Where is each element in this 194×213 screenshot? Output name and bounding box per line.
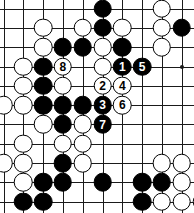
white-stone [0,154,13,173]
black-stone-move-1: 1 [113,57,132,76]
white-stone [172,173,191,192]
black-stone [93,19,112,38]
black-stone [93,173,112,192]
black-stone [73,38,92,57]
white-stone [113,19,132,38]
black-stone [14,192,33,211]
white-stone [93,38,112,57]
move-number-label: 1 [119,61,126,73]
white-stone-move-4: 4 [113,77,132,96]
black-stone-move-7: 7 [93,115,112,134]
white-stone [192,192,194,211]
white-stone-move-8: 8 [54,57,73,76]
white-stone-move-2: 2 [93,77,112,96]
move-number-label: 8 [60,61,67,73]
white-stone [153,0,172,18]
white-stone [73,154,92,173]
white-stone [54,77,73,96]
black-stone [54,173,73,192]
black-stone [172,19,191,38]
black-stone [133,173,152,192]
white-stone [14,134,33,153]
white-stone [34,115,53,134]
black-stone-move-3: 3 [93,96,112,115]
white-stone [73,115,92,134]
black-stone [113,38,132,57]
black-stone [34,173,53,192]
black-stone [93,0,112,18]
black-stone [54,115,73,134]
go-board[interactable]: 81524367 [0,0,194,213]
white-stone [153,192,172,211]
black-stone [34,96,53,115]
white-stone [73,19,92,38]
white-stone [14,154,33,173]
move-number-label: 2 [99,80,106,92]
white-stone [93,57,112,76]
black-stone [153,173,172,192]
white-stone [153,154,172,173]
white-stone [14,77,33,96]
white-stone [172,192,191,211]
black-stone-move-5: 5 [133,57,152,76]
white-stone-move-6: 6 [113,96,132,115]
black-stone [54,154,73,173]
move-number-label: 5 [139,61,146,73]
black-stone [34,57,53,76]
black-stone [54,96,73,115]
black-stone [34,77,53,96]
white-stone [14,57,33,76]
white-stone [153,19,172,38]
white-stone [34,38,53,57]
black-stone [73,96,92,115]
white-stone [73,134,92,153]
move-number-label: 4 [119,80,126,92]
star-point [180,65,184,69]
black-stone [34,192,53,211]
white-stone [172,154,191,173]
white-stone [34,19,53,38]
move-number-label: 3 [99,99,106,111]
move-number-label: 6 [119,99,126,111]
move-number-label: 7 [99,118,106,130]
white-stone [54,134,73,153]
white-stone [14,173,33,192]
black-stone [54,38,73,57]
white-stone [153,38,172,57]
black-stone [133,192,152,211]
white-stone [14,96,33,115]
white-stone [0,96,13,115]
